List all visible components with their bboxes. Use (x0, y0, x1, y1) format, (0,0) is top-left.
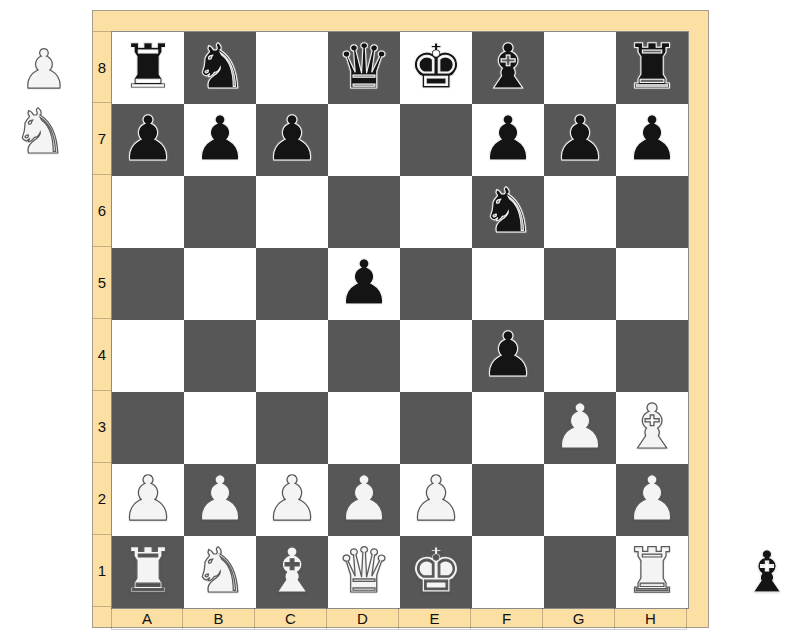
square-h5[interactable] (616, 248, 688, 320)
square-c8[interactable] (256, 32, 328, 104)
square-c3[interactable] (256, 392, 328, 464)
square-e3[interactable] (400, 392, 472, 464)
square-d3[interactable] (328, 392, 400, 464)
file-label-c: C (255, 608, 327, 629)
square-g5[interactable] (544, 248, 616, 320)
file-label-h: H (615, 608, 687, 629)
square-b8[interactable]: ♞ (184, 32, 256, 104)
rank-label-8: 8 (93, 31, 111, 103)
square-a5[interactable] (112, 248, 184, 320)
square-b5[interactable] (184, 248, 256, 320)
piece-black-pawn[interactable]: ♟ (328, 248, 400, 320)
square-d4[interactable] (328, 320, 400, 392)
rank-label-4: 4 (93, 319, 111, 391)
square-a6[interactable] (112, 176, 184, 248)
piece-black-knight[interactable]: ♞ (472, 176, 544, 248)
square-d2[interactable]: ♟ (328, 464, 400, 536)
square-f7[interactable]: ♟ (472, 104, 544, 176)
piece-black-rook[interactable]: ♜ (112, 32, 184, 104)
square-f6[interactable]: ♞ (472, 176, 544, 248)
square-f8[interactable]: ♝ (472, 32, 544, 104)
square-a3[interactable] (112, 392, 184, 464)
captured-black-bishop: ♝ (738, 541, 796, 603)
black-bishop-icon: ♝ (738, 541, 796, 603)
piece-white-pawn[interactable]: ♟ (184, 464, 256, 536)
rank-label-1: 1 (93, 535, 111, 607)
square-h2[interactable]: ♟ (616, 464, 688, 536)
piece-black-rook[interactable]: ♜ (616, 32, 688, 104)
white-pawn-icon: ♟ (16, 40, 72, 100)
square-g4[interactable] (544, 320, 616, 392)
square-e1[interactable]: ♚ (400, 536, 472, 608)
square-b2[interactable]: ♟ (184, 464, 256, 536)
square-d6[interactable] (328, 176, 400, 248)
square-c2[interactable]: ♟ (256, 464, 328, 536)
square-b6[interactable] (184, 176, 256, 248)
square-a8[interactable]: ♜ (112, 32, 184, 104)
piece-white-queen[interactable]: ♛ (328, 536, 400, 608)
file-label-f: F (471, 608, 543, 629)
square-e2[interactable]: ♟ (400, 464, 472, 536)
square-b4[interactable] (184, 320, 256, 392)
chess-app-window: ♟ ♞ ♝ 87654321 ♜♞♛♚♝♜♟♟♟♟♟♟♞♟♟♟♝♟♟♟♟♟♟♜♞… (0, 0, 800, 634)
square-a4[interactable] (112, 320, 184, 392)
square-e4[interactable] (400, 320, 472, 392)
piece-white-bishop[interactable]: ♝ (616, 392, 688, 464)
square-f3[interactable] (472, 392, 544, 464)
piece-black-pawn[interactable]: ♟ (616, 104, 688, 176)
square-e6[interactable] (400, 176, 472, 248)
square-g8[interactable] (544, 32, 616, 104)
piece-black-bishop[interactable]: ♝ (472, 32, 544, 104)
square-a1[interactable]: ♜ (112, 536, 184, 608)
square-b1[interactable]: ♞ (184, 536, 256, 608)
piece-black-pawn[interactable]: ♟ (472, 320, 544, 392)
square-h7[interactable]: ♟ (616, 104, 688, 176)
square-d8[interactable]: ♛ (328, 32, 400, 104)
chess-board-frame: 87654321 ♜♞♛♚♝♜♟♟♟♟♟♟♞♟♟♟♝♟♟♟♟♟♟♜♞♝♛♚♜ A… (92, 10, 709, 628)
square-g1[interactable] (544, 536, 616, 608)
piece-black-king[interactable]: ♚ (400, 32, 472, 104)
square-c7[interactable]: ♟ (256, 104, 328, 176)
rank-label-5: 5 (93, 247, 111, 319)
square-f1[interactable] (472, 536, 544, 608)
square-e7[interactable] (400, 104, 472, 176)
piece-black-pawn[interactable]: ♟ (544, 104, 616, 176)
piece-white-rook[interactable]: ♜ (616, 536, 688, 608)
piece-white-king[interactable]: ♚ (400, 536, 472, 608)
piece-white-pawn[interactable]: ♟ (544, 392, 616, 464)
piece-white-pawn[interactable]: ♟ (616, 464, 688, 536)
square-c6[interactable] (256, 176, 328, 248)
square-d5[interactable]: ♟ (328, 248, 400, 320)
square-f4[interactable]: ♟ (472, 320, 544, 392)
piece-black-pawn[interactable]: ♟ (184, 104, 256, 176)
piece-white-bishop[interactable]: ♝ (256, 536, 328, 608)
file-label-a: A (111, 608, 183, 629)
square-e8[interactable]: ♚ (400, 32, 472, 104)
square-d1[interactable]: ♛ (328, 536, 400, 608)
square-a7[interactable]: ♟ (112, 104, 184, 176)
square-f2[interactable] (472, 464, 544, 536)
piece-black-pawn[interactable]: ♟ (256, 104, 328, 176)
square-c5[interactable] (256, 248, 328, 320)
rank-label-6: 6 (93, 175, 111, 247)
square-e5[interactable] (400, 248, 472, 320)
captured-white-knight: ♞ (8, 100, 72, 164)
file-label-e: E (399, 608, 471, 629)
rank-label-7: 7 (93, 103, 111, 175)
rank-label-2: 2 (93, 463, 111, 535)
piece-white-pawn[interactable]: ♟ (328, 464, 400, 536)
piece-black-pawn[interactable]: ♟ (112, 104, 184, 176)
square-d7[interactable] (328, 104, 400, 176)
square-b7[interactable]: ♟ (184, 104, 256, 176)
piece-black-knight[interactable]: ♞ (184, 32, 256, 104)
square-f5[interactable] (472, 248, 544, 320)
piece-white-pawn[interactable]: ♟ (400, 464, 472, 536)
square-h3[interactable]: ♝ (616, 392, 688, 464)
square-h8[interactable]: ♜ (616, 32, 688, 104)
square-c4[interactable] (256, 320, 328, 392)
piece-white-rook[interactable]: ♜ (112, 536, 184, 608)
square-g2[interactable] (544, 464, 616, 536)
square-h4[interactable] (616, 320, 688, 392)
rank-labels: 87654321 (93, 31, 111, 607)
piece-white-pawn[interactable]: ♟ (256, 464, 328, 536)
file-label-d: D (327, 608, 399, 629)
piece-black-pawn[interactable]: ♟ (472, 104, 544, 176)
square-g6[interactable] (544, 176, 616, 248)
piece-white-pawn[interactable]: ♟ (112, 464, 184, 536)
square-b3[interactable] (184, 392, 256, 464)
file-label-g: G (543, 608, 615, 629)
square-h1[interactable]: ♜ (616, 536, 688, 608)
captured-white-pawn: ♟ (16, 40, 72, 100)
chess-board[interactable]: ♜♞♛♚♝♜♟♟♟♟♟♟♞♟♟♟♝♟♟♟♟♟♟♜♞♝♛♚♜ (111, 31, 689, 609)
file-label-b: B (183, 608, 255, 629)
square-a2[interactable]: ♟ (112, 464, 184, 536)
rank-label-3: 3 (93, 391, 111, 463)
square-g3[interactable]: ♟ (544, 392, 616, 464)
file-labels: ABCDEFGH (111, 608, 687, 630)
white-knight-icon: ♞ (8, 100, 72, 164)
piece-white-knight[interactable]: ♞ (184, 536, 256, 608)
square-h6[interactable] (616, 176, 688, 248)
square-g7[interactable]: ♟ (544, 104, 616, 176)
square-c1[interactable]: ♝ (256, 536, 328, 608)
piece-black-queen[interactable]: ♛ (328, 32, 400, 104)
